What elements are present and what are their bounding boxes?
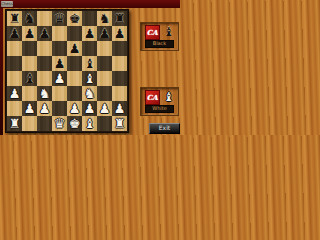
square-h4[interactable]	[112, 71, 127, 86]
white-pawn-g2[interactable]: ♟	[99, 101, 111, 116]
square-e2[interactable]: ♟	[67, 101, 82, 116]
player-panel-black-icons: CA ♝	[141, 23, 178, 40]
square-b8[interactable]: ♞	[22, 11, 37, 26]
black-pawn-g7[interactable]: ♟	[99, 26, 111, 41]
square-b7[interactable]: ♟	[22, 26, 37, 41]
engine-logo-icon: CA	[145, 25, 160, 40]
square-f8[interactable]	[82, 11, 97, 26]
black-king-e8[interactable]: ♚	[69, 11, 81, 26]
square-d6[interactable]	[52, 41, 67, 56]
square-c3[interactable]: ♞	[37, 86, 52, 101]
black-bishop-b4[interactable]: ♝	[24, 71, 36, 86]
square-h3[interactable]	[112, 86, 127, 101]
square-g6[interactable]	[97, 41, 112, 56]
square-e1[interactable]: ♚	[67, 116, 82, 131]
square-f7[interactable]: ♟	[82, 26, 97, 41]
square-g7[interactable]: ♟	[97, 26, 112, 41]
engine-logo-icon: CA	[145, 90, 160, 105]
black-pawn-f7[interactable]: ♟	[84, 26, 96, 41]
window-left-border	[0, 8, 3, 135]
square-a6[interactable]	[7, 41, 22, 56]
square-a3[interactable]: ♟	[7, 86, 22, 101]
square-h8[interactable]: ♜	[112, 11, 127, 26]
square-c6[interactable]	[37, 41, 52, 56]
board-frame: ♜♞♛♚♞♜♟♟♟♟♟♟♟♟♝♝♟♝♟♞♞♟♟♟♟♟♟♜♛♚♝♜	[5, 9, 129, 133]
square-b4[interactable]: ♝	[22, 71, 37, 86]
black-pawn-a7[interactable]: ♟	[9, 26, 21, 41]
square-c7[interactable]: ♟	[37, 26, 52, 41]
square-a2[interactable]	[7, 101, 22, 116]
square-f3[interactable]: ♞	[82, 86, 97, 101]
square-e7[interactable]	[67, 26, 82, 41]
white-bishop-icon: ♝	[163, 91, 174, 104]
square-d3[interactable]	[52, 86, 67, 101]
square-c5[interactable]	[37, 56, 52, 71]
square-g4[interactable]	[97, 71, 112, 86]
white-pawn-b2[interactable]: ♟	[24, 101, 36, 116]
square-b1[interactable]	[22, 116, 37, 131]
white-rook-a1[interactable]: ♜	[9, 116, 21, 131]
square-h6[interactable]	[112, 41, 127, 56]
black-knight-b8[interactable]: ♞	[24, 11, 36, 26]
square-a8[interactable]: ♜	[7, 11, 22, 26]
square-h1[interactable]: ♜	[112, 116, 127, 131]
square-h5[interactable]	[112, 56, 127, 71]
square-d4[interactable]: ♟	[52, 71, 67, 86]
square-d5[interactable]: ♟	[52, 56, 67, 71]
black-pawn-c7[interactable]: ♟	[39, 26, 51, 41]
player-panel-white: CA ♝ White	[140, 87, 179, 116]
square-h2[interactable]: ♟	[112, 101, 127, 116]
square-c8[interactable]	[37, 11, 52, 26]
white-knight-c3[interactable]: ♞	[39, 86, 51, 101]
square-b3[interactable]	[22, 86, 37, 101]
exit-button[interactable]: Exit	[149, 123, 180, 134]
square-b5[interactable]	[22, 56, 37, 71]
white-pawn-e2[interactable]: ♟	[69, 101, 81, 116]
square-a5[interactable]	[7, 56, 22, 71]
square-c4[interactable]	[37, 71, 52, 86]
square-g2[interactable]: ♟	[97, 101, 112, 116]
square-d1[interactable]: ♛	[52, 116, 67, 131]
square-f1[interactable]: ♝	[82, 116, 97, 131]
square-e6[interactable]: ♟	[67, 41, 82, 56]
square-d7[interactable]	[52, 26, 67, 41]
square-h7[interactable]: ♟	[112, 26, 127, 41]
black-pawn-e6[interactable]: ♟	[69, 41, 81, 56]
square-c2[interactable]: ♟	[37, 101, 52, 116]
square-e8[interactable]: ♚	[67, 11, 82, 26]
white-queen-d1[interactable]: ♛	[54, 116, 66, 131]
square-g8[interactable]: ♞	[97, 11, 112, 26]
title-bar: Chess	[0, 0, 180, 8]
white-pawn-a3[interactable]: ♟	[9, 86, 21, 101]
square-b2[interactable]: ♟	[22, 101, 37, 116]
white-pawn-c2[interactable]: ♟	[39, 101, 51, 116]
square-b6[interactable]	[22, 41, 37, 56]
black-pawn-h7[interactable]: ♟	[114, 26, 126, 41]
player-panel-white-icons: CA ♝	[141, 88, 178, 105]
square-f5[interactable]: ♝	[82, 56, 97, 71]
black-pawn-b7[interactable]: ♟	[24, 26, 36, 41]
white-king-e1[interactable]: ♚	[69, 116, 81, 131]
black-rook-h8[interactable]: ♜	[114, 11, 126, 26]
black-bishop-f5[interactable]: ♝	[84, 56, 96, 71]
square-d2[interactable]	[52, 101, 67, 116]
white-pawn-d4[interactable]: ♟	[54, 71, 66, 86]
black-queen-d8[interactable]: ♛	[54, 11, 66, 26]
black-knight-g8[interactable]: ♞	[99, 11, 111, 26]
square-e3[interactable]	[67, 86, 82, 101]
white-bishop-f1[interactable]: ♝	[84, 116, 96, 131]
black-rook-a8[interactable]: ♜	[9, 11, 21, 26]
square-a7[interactable]: ♟	[7, 26, 22, 41]
square-e4[interactable]	[67, 71, 82, 86]
black-bishop-icon: ♝	[163, 26, 174, 39]
square-e5[interactable]	[67, 56, 82, 71]
chess-board: ♜♞♛♚♞♜♟♟♟♟♟♟♟♟♝♝♟♝♟♞♞♟♟♟♟♟♟♜♛♚♝♜	[7, 11, 127, 131]
white-pawn-h2[interactable]: ♟	[114, 101, 126, 116]
square-a4[interactable]	[7, 71, 22, 86]
black-pawn-d5[interactable]: ♟	[54, 56, 66, 71]
white-bishop-f4[interactable]: ♝	[84, 71, 96, 86]
white-pawn-f2[interactable]: ♟	[84, 101, 96, 116]
player-label-black: Black	[145, 40, 174, 48]
square-a1[interactable]: ♜	[7, 116, 22, 131]
white-knight-f3[interactable]: ♞	[84, 86, 96, 101]
window-menu-button[interactable]: Chess	[1, 1, 13, 7]
white-rook-h1[interactable]: ♜	[114, 116, 126, 131]
square-f4[interactable]: ♝	[82, 71, 97, 86]
square-g1[interactable]	[97, 116, 112, 131]
square-g3[interactable]	[97, 86, 112, 101]
square-f2[interactable]: ♟	[82, 101, 97, 116]
square-c1[interactable]	[37, 116, 52, 131]
square-d8[interactable]: ♛	[52, 11, 67, 26]
player-label-white: White	[145, 105, 174, 113]
square-g5[interactable]	[97, 56, 112, 71]
square-f6[interactable]	[82, 41, 97, 56]
player-panel-black: CA ♝ Black	[140, 22, 179, 51]
